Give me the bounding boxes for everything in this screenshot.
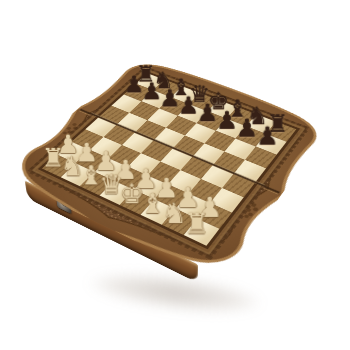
perspective-wrapper: ♜♞♝♛♚♝♞♜♟♟♟♟♟♟♟♟♟♟♟♟♟♟♟♟♜♞♝♛♚♝♞♜ xyxy=(0,0,350,350)
product-photo-scene: ♜♞♝♛♚♝♞♜♟♟♟♟♟♟♟♟♟♟♟♟♟♟♟♟♜♞♝♛♚♝♞♜ xyxy=(0,0,350,350)
black-pawn[interactable]: ♟ xyxy=(249,122,285,149)
chess-box: ♜♞♝♛♚♝♞♜♟♟♟♟♟♟♟♟♟♟♟♟♟♟♟♟♜♞♝♛♚♝♞♜ xyxy=(1,54,332,282)
white-rook[interactable]: ♜ xyxy=(176,208,217,239)
